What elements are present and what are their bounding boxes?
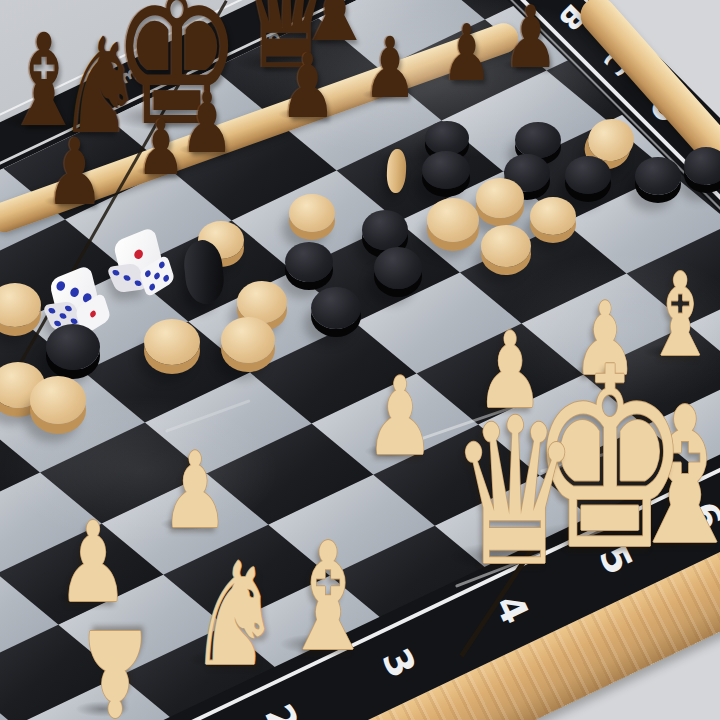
die-pip (123, 275, 132, 281)
black-checker[interactable] (374, 247, 422, 289)
light-checker[interactable] (289, 194, 335, 232)
light-queen[interactable]: ♛ (515, 558, 697, 720)
black-checker[interactable] (311, 287, 361, 329)
black-checker[interactable] (684, 147, 720, 185)
board-photo-stage: 23456 BCDE 35 ♝♞♚♛♝♟♟♟♟♟♟♟♟♟♟♝♛♚♝♟♟♟♞♝ (0, 0, 720, 720)
die-pip (48, 307, 57, 313)
pawn-glyph: ♟ (136, 110, 185, 186)
die-pip (59, 313, 68, 319)
pawn-glyph: ♟ (45, 127, 104, 219)
die-pip (163, 274, 170, 283)
knight-glyph: ♞ (189, 544, 281, 686)
black-checker[interactable] (422, 151, 470, 189)
black-checker[interactable] (425, 121, 469, 155)
die-pip (89, 310, 96, 319)
die-pip (56, 280, 67, 292)
die-pip (69, 286, 80, 298)
light-checker[interactable] (30, 376, 86, 424)
light-checker[interactable] (144, 319, 200, 365)
black-checker[interactable] (565, 156, 611, 194)
black-checker[interactable] (285, 242, 333, 282)
queen-glyph: ♛ (449, 392, 580, 595)
die-pip (148, 283, 155, 292)
pawn-glyph: ♟ (503, 0, 559, 80)
die-pip (133, 248, 144, 260)
light-checker[interactable] (427, 198, 479, 242)
pawn-glyph: ♟ (77, 612, 154, 720)
die-pip (64, 305, 73, 311)
light-checker[interactable] (481, 225, 531, 267)
black-checker[interactable] (635, 157, 681, 195)
die-pip (158, 260, 165, 269)
pawn-glyph: ♟ (161, 439, 229, 544)
light-checker[interactable] (221, 317, 275, 363)
light-checker[interactable] (476, 178, 524, 218)
bishop-glyph: ♝ (280, 523, 376, 672)
die-pip (144, 269, 151, 278)
black-checker[interactable] (362, 210, 408, 250)
light-checker[interactable] (530, 197, 576, 235)
black-checker[interactable] (515, 122, 561, 158)
pawn-glyph: ♟ (365, 363, 435, 471)
pawn-glyph: ♟ (442, 14, 492, 92)
light-pawn-upside-down[interactable]: ♟ (115, 710, 222, 720)
black-checker[interactable] (46, 324, 100, 370)
pawn-glyph: ♟ (57, 507, 129, 618)
pawn-glyph: ♟ (363, 26, 417, 110)
pawn-glyph: ♟ (180, 81, 234, 165)
die-pip (153, 272, 160, 281)
light-knight[interactable]: ♞ (235, 660, 362, 720)
